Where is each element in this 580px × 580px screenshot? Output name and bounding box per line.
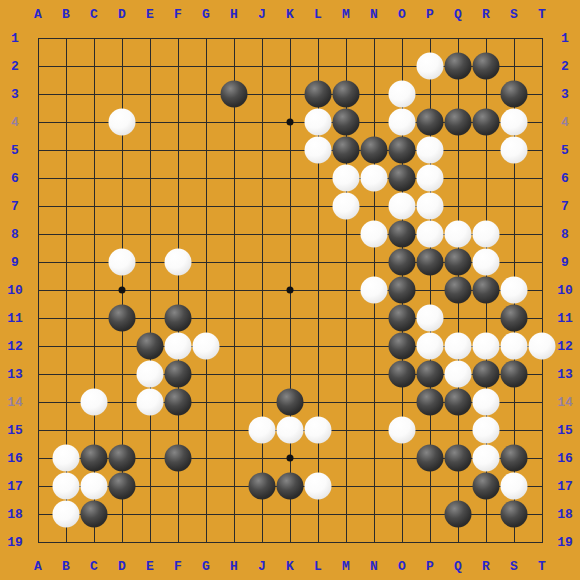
row-label-17-right: 17 xyxy=(557,480,573,493)
stone-white-C14 xyxy=(81,389,108,416)
col-label-S-top: S xyxy=(510,8,518,21)
stone-black-R17 xyxy=(473,473,500,500)
row-label-8-right: 8 xyxy=(561,228,569,241)
col-label-O-top: O xyxy=(398,8,406,21)
stone-black-R4 xyxy=(473,109,500,136)
stone-black-R13 xyxy=(473,361,500,388)
stone-white-R14 xyxy=(473,389,500,416)
row-label-11-right: 11 xyxy=(557,312,573,325)
stone-white-S12 xyxy=(501,333,528,360)
row-label-8-left: 8 xyxy=(11,228,19,241)
stone-white-Q8 xyxy=(445,221,472,248)
row-label-18-right: 18 xyxy=(557,508,573,521)
stone-white-S10 xyxy=(501,277,528,304)
row-label-5-right: 5 xyxy=(561,144,569,157)
col-label-P-bottom: P xyxy=(426,560,434,573)
stone-black-D16 xyxy=(109,445,136,472)
stone-white-P2 xyxy=(417,53,444,80)
stone-white-P12 xyxy=(417,333,444,360)
col-label-P-top: P xyxy=(426,8,434,21)
stone-black-D17 xyxy=(109,473,136,500)
stone-black-D11 xyxy=(109,305,136,332)
col-label-A-bottom: A xyxy=(34,560,42,573)
stone-black-O5 xyxy=(389,137,416,164)
row-label-10-left: 10 xyxy=(7,284,23,297)
stone-black-O12 xyxy=(389,333,416,360)
stone-white-S4 xyxy=(501,109,528,136)
stone-white-E13 xyxy=(137,361,164,388)
stone-white-P5 xyxy=(417,137,444,164)
stone-white-Q13 xyxy=(445,361,472,388)
stone-black-Q18 xyxy=(445,501,472,528)
stone-black-Q14 xyxy=(445,389,472,416)
row-label-10-right: 10 xyxy=(557,284,573,297)
row-label-3-left: 3 xyxy=(11,88,19,101)
stone-white-L17 xyxy=(305,473,332,500)
stone-black-F14 xyxy=(165,389,192,416)
stone-black-O13 xyxy=(389,361,416,388)
col-label-T-bottom: T xyxy=(538,560,546,573)
col-label-L-bottom: L xyxy=(314,560,322,573)
row-label-1-right: 1 xyxy=(561,32,569,45)
stone-white-R8 xyxy=(473,221,500,248)
col-label-C-top: C xyxy=(90,8,98,21)
stone-white-N6 xyxy=(361,165,388,192)
col-label-H-top: H xyxy=(230,8,238,21)
col-label-L-top: L xyxy=(314,8,322,21)
go-board[interactable]: AABBCCDDEEFFGGHHJJKKLLMMNNOOPPQQRRSSTT11… xyxy=(0,0,580,580)
stone-white-M6 xyxy=(333,165,360,192)
stone-white-S5 xyxy=(501,137,528,164)
stone-white-N8 xyxy=(361,221,388,248)
col-label-N-top: N xyxy=(370,8,378,21)
col-label-C-bottom: C xyxy=(90,560,98,573)
col-label-H-bottom: H xyxy=(230,560,238,573)
col-label-J-bottom: J xyxy=(258,560,266,573)
stone-black-M5 xyxy=(333,137,360,164)
stone-black-P4 xyxy=(417,109,444,136)
col-label-G-bottom: G xyxy=(202,560,210,573)
stone-black-Q9 xyxy=(445,249,472,276)
stone-black-E12 xyxy=(137,333,164,360)
stone-black-C18 xyxy=(81,501,108,528)
row-label-16-left: 16 xyxy=(7,452,23,465)
col-label-J-top: J xyxy=(258,8,266,21)
stone-white-R12 xyxy=(473,333,500,360)
stone-black-O10 xyxy=(389,277,416,304)
stone-black-L3 xyxy=(305,81,332,108)
row-label-14-left: 14 xyxy=(7,396,23,409)
stone-black-Q2 xyxy=(445,53,472,80)
stone-black-K14 xyxy=(277,389,304,416)
row-label-7-left: 7 xyxy=(11,200,19,213)
col-label-B-bottom: B xyxy=(62,560,70,573)
stone-white-B18 xyxy=(53,501,80,528)
stone-white-E14 xyxy=(137,389,164,416)
row-label-4-right: 4 xyxy=(561,116,569,129)
stone-white-O4 xyxy=(389,109,416,136)
stone-white-R16 xyxy=(473,445,500,472)
stone-black-P16 xyxy=(417,445,444,472)
stone-black-M4 xyxy=(333,109,360,136)
stone-white-P8 xyxy=(417,221,444,248)
stone-white-G12 xyxy=(193,333,220,360)
star-point-D10 xyxy=(119,287,126,294)
stone-black-P14 xyxy=(417,389,444,416)
stone-white-L15 xyxy=(305,417,332,444)
grid-line-vertical xyxy=(542,38,543,543)
col-label-B-top: B xyxy=(62,8,70,21)
row-label-16-right: 16 xyxy=(557,452,573,465)
row-label-13-left: 13 xyxy=(7,368,23,381)
stone-black-S3 xyxy=(501,81,528,108)
stone-black-M3 xyxy=(333,81,360,108)
row-label-12-right: 12 xyxy=(557,340,573,353)
stone-black-O9 xyxy=(389,249,416,276)
stone-white-F9 xyxy=(165,249,192,276)
row-label-18-left: 18 xyxy=(7,508,23,521)
stone-black-N5 xyxy=(361,137,388,164)
row-label-6-left: 6 xyxy=(11,172,19,185)
stone-white-T12 xyxy=(529,333,556,360)
stone-black-Q16 xyxy=(445,445,472,472)
stone-black-H3 xyxy=(221,81,248,108)
stone-black-S16 xyxy=(501,445,528,472)
star-point-K16 xyxy=(287,455,294,462)
col-label-A-top: A xyxy=(34,8,42,21)
row-label-11-left: 11 xyxy=(7,312,23,325)
row-label-9-right: 9 xyxy=(561,256,569,269)
stone-white-L4 xyxy=(305,109,332,136)
stone-white-D9 xyxy=(109,249,136,276)
stone-black-R2 xyxy=(473,53,500,80)
row-label-15-left: 15 xyxy=(7,424,23,437)
star-point-K4 xyxy=(287,119,294,126)
col-label-S-bottom: S xyxy=(510,560,518,573)
col-label-Q-bottom: Q xyxy=(454,560,462,573)
stone-white-O3 xyxy=(389,81,416,108)
star-point-K10 xyxy=(287,287,294,294)
col-label-K-bottom: K xyxy=(286,560,294,573)
stone-white-O15 xyxy=(389,417,416,444)
stone-white-F12 xyxy=(165,333,192,360)
stone-black-S11 xyxy=(501,305,528,332)
row-label-15-right: 15 xyxy=(557,424,573,437)
row-label-2-right: 2 xyxy=(561,60,569,73)
stone-white-Q12 xyxy=(445,333,472,360)
stone-white-O7 xyxy=(389,193,416,220)
row-label-2-left: 2 xyxy=(11,60,19,73)
stone-black-Q4 xyxy=(445,109,472,136)
stone-black-K17 xyxy=(277,473,304,500)
stone-black-P13 xyxy=(417,361,444,388)
stone-white-K15 xyxy=(277,417,304,444)
stone-black-O6 xyxy=(389,165,416,192)
stone-white-B16 xyxy=(53,445,80,472)
stone-white-B17 xyxy=(53,473,80,500)
stone-black-F11 xyxy=(165,305,192,332)
row-label-19-right: 19 xyxy=(557,536,573,549)
col-label-K-top: K xyxy=(286,8,294,21)
col-label-M-bottom: M xyxy=(342,560,350,573)
col-label-E-top: E xyxy=(146,8,154,21)
row-label-3-right: 3 xyxy=(561,88,569,101)
row-label-7-right: 7 xyxy=(561,200,569,213)
row-label-17-left: 17 xyxy=(7,480,23,493)
row-label-4-left: 4 xyxy=(11,116,19,129)
stone-black-O11 xyxy=(389,305,416,332)
col-label-Q-top: Q xyxy=(454,8,462,21)
col-label-D-bottom: D xyxy=(118,560,126,573)
stone-white-M7 xyxy=(333,193,360,220)
stone-black-O8 xyxy=(389,221,416,248)
col-label-M-top: M xyxy=(342,8,350,21)
stone-white-S17 xyxy=(501,473,528,500)
row-label-5-left: 5 xyxy=(11,144,19,157)
col-label-T-top: T xyxy=(538,8,546,21)
col-label-F-bottom: F xyxy=(174,560,182,573)
stone-white-D4 xyxy=(109,109,136,136)
stone-black-F16 xyxy=(165,445,192,472)
row-label-9-left: 9 xyxy=(11,256,19,269)
stone-white-P7 xyxy=(417,193,444,220)
col-label-E-bottom: E xyxy=(146,560,154,573)
stone-white-N10 xyxy=(361,277,388,304)
stone-white-R9 xyxy=(473,249,500,276)
row-label-14-right: 14 xyxy=(557,396,573,409)
stone-white-R15 xyxy=(473,417,500,444)
stone-black-Q10 xyxy=(445,277,472,304)
col-label-R-bottom: R xyxy=(482,560,490,573)
stone-black-S18 xyxy=(501,501,528,528)
stone-black-J17 xyxy=(249,473,276,500)
grid-line-horizontal xyxy=(38,542,543,543)
stone-white-P11 xyxy=(417,305,444,332)
stone-black-R10 xyxy=(473,277,500,304)
stone-black-P9 xyxy=(417,249,444,276)
stone-black-F13 xyxy=(165,361,192,388)
row-label-12-left: 12 xyxy=(7,340,23,353)
row-label-13-right: 13 xyxy=(557,368,573,381)
stone-black-S13 xyxy=(501,361,528,388)
col-label-G-top: G xyxy=(202,8,210,21)
row-label-1-left: 1 xyxy=(11,32,19,45)
col-label-O-bottom: O xyxy=(398,560,406,573)
stone-white-P6 xyxy=(417,165,444,192)
stone-white-C17 xyxy=(81,473,108,500)
stone-white-L5 xyxy=(305,137,332,164)
col-label-D-top: D xyxy=(118,8,126,21)
col-label-F-top: F xyxy=(174,8,182,21)
row-label-6-right: 6 xyxy=(561,172,569,185)
stone-black-C16 xyxy=(81,445,108,472)
col-label-N-bottom: N xyxy=(370,560,378,573)
col-label-R-top: R xyxy=(482,8,490,21)
row-label-19-left: 19 xyxy=(7,536,23,549)
stone-white-J15 xyxy=(249,417,276,444)
